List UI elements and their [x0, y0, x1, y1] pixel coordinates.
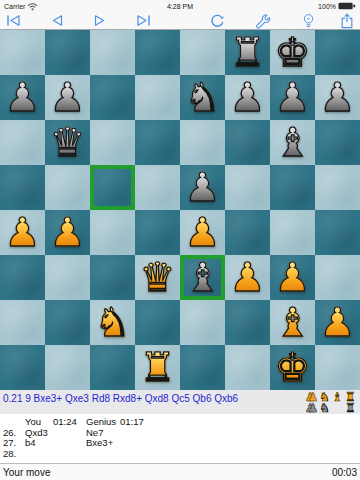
tools-button[interactable]: [251, 12, 275, 29]
white-knight: ♞: [95, 300, 131, 345]
square-f5[interactable]: [225, 165, 270, 210]
square-a2[interactable]: [0, 300, 45, 345]
skip-to-end-button[interactable]: [131, 12, 155, 29]
square-b7[interactable]: ♟: [45, 75, 90, 120]
status-footer: Your move 00:03: [0, 463, 360, 480]
black-move[interactable]: Ne7: [86, 428, 360, 439]
square-h3[interactable]: [315, 255, 360, 300]
square-h4[interactable]: [315, 210, 360, 255]
white-move: [25, 449, 86, 460]
square-a3[interactable]: [0, 255, 45, 300]
white-pawn: ♟: [50, 210, 86, 255]
square-f2[interactable]: [225, 300, 270, 345]
black-pawn: ♟: [320, 75, 356, 120]
captured-black-rook-icon: ♜: [344, 403, 357, 414]
black-move: [86, 449, 360, 460]
black-player-label: Genius: [86, 417, 120, 428]
square-d3[interactable]: ♛: [135, 255, 180, 300]
black-pawn: ♟: [185, 165, 221, 210]
share-icon: [340, 13, 354, 29]
square-b6[interactable]: ♛: [45, 120, 90, 165]
white-king: ♚: [275, 345, 311, 390]
move-row: 27.b4Bxe3+: [0, 438, 360, 449]
captured-black-pawn-pair-icon: ♟♟: [305, 403, 318, 414]
move-row: 28.: [0, 449, 360, 460]
square-h8[interactable]: [315, 30, 360, 75]
black-pawn: ♟: [5, 75, 41, 120]
square-e4[interactable]: ♟: [180, 210, 225, 255]
square-b5[interactable]: [45, 165, 90, 210]
square-g4[interactable]: [270, 210, 315, 255]
square-b1[interactable]: [45, 345, 90, 390]
square-h5[interactable]: [315, 165, 360, 210]
rotate-icon: [210, 13, 225, 28]
move-list: You 01:24 Genius 01:17 26.Qxd3Ne727.b4Bx…: [0, 414, 360, 463]
square-g6[interactable]: ♝: [270, 120, 315, 165]
black-bishop: ♝: [275, 120, 311, 165]
black-pawn: ♟: [275, 75, 311, 120]
square-b2[interactable]: [45, 300, 90, 345]
square-h6[interactable]: [315, 120, 360, 165]
square-h7[interactable]: ♟: [315, 75, 360, 120]
lightbulb-icon: [301, 13, 316, 29]
analysis-bar: 0.21 9 Bxe3+ Qxe3 Rd8 Rxd8+ Qxd8 Qc5 Qb6…: [0, 390, 360, 414]
white-pawn: ♟: [185, 210, 221, 255]
square-f1[interactable]: [225, 345, 270, 390]
move-timer: 00:03: [332, 467, 357, 478]
black-pawn: ♟: [50, 75, 86, 120]
square-d5[interactable]: [135, 165, 180, 210]
move-rows: 26.Qxd3Ne727.b4Bxe3+28.: [0, 428, 360, 460]
square-d7[interactable]: [135, 75, 180, 120]
square-d6[interactable]: [135, 120, 180, 165]
skip-to-start-icon: [6, 14, 21, 27]
status-time: 4:28 PM: [0, 3, 360, 10]
square-a1[interactable]: [0, 345, 45, 390]
skip-to-end-icon: [136, 14, 151, 27]
square-f7[interactable]: ♟: [225, 75, 270, 120]
step-back-button[interactable]: [45, 12, 69, 29]
square-c4[interactable]: [90, 210, 135, 255]
square-g3[interactable]: ♟: [270, 255, 315, 300]
square-c6[interactable]: [90, 120, 135, 165]
white-bishop: ♝: [275, 300, 311, 345]
black-pawn: ♟: [230, 75, 266, 120]
captured-black-empty-slot: [331, 403, 344, 414]
square-d4[interactable]: [135, 210, 180, 255]
white-pawn: ♟: [230, 255, 266, 300]
move-number: 28.: [3, 449, 25, 460]
black-rook: ♜: [230, 30, 266, 75]
engine-analysis-line: 0.21 9 Bxe3+ Qxe3 Rd8 Rxd8+ Qxd8 Qc5 Qb6…: [3, 393, 238, 414]
skip-to-start-button[interactable]: [1, 12, 25, 29]
step-back-icon: [51, 14, 63, 27]
white-queen: ♛: [140, 255, 176, 300]
square-f3[interactable]: ♟: [225, 255, 270, 300]
black-clock: 01:17: [120, 417, 144, 428]
black-king: ♚: [275, 30, 311, 75]
black-move[interactable]: Bxe3+: [86, 438, 360, 449]
square-d2[interactable]: [135, 300, 180, 345]
square-a8[interactable]: [0, 30, 45, 75]
square-b8[interactable]: [45, 30, 90, 75]
white-player-label: You: [25, 417, 53, 428]
square-e8[interactable]: [180, 30, 225, 75]
square-e5[interactable]: ♟: [180, 165, 225, 210]
square-h1[interactable]: [315, 345, 360, 390]
wrench-icon: [255, 13, 271, 29]
chess-app-window: Carrier 4:28 PM 100%: [0, 0, 360, 480]
square-f6[interactable]: [225, 120, 270, 165]
black-bishop: ♝: [185, 255, 221, 300]
square-g8[interactable]: ♚: [270, 30, 315, 75]
square-c7[interactable]: [90, 75, 135, 120]
captured-white-bishop-icon: ♝: [331, 392, 344, 403]
white-rook: ♜: [140, 345, 176, 390]
square-c8[interactable]: [90, 30, 135, 75]
square-d1[interactable]: ♜: [135, 345, 180, 390]
step-forward-icon: [94, 14, 106, 27]
white-pawn: ♟: [275, 255, 311, 300]
share-button[interactable]: [335, 12, 359, 29]
white-pawn: ♟: [320, 300, 356, 345]
square-c3[interactable]: [90, 255, 135, 300]
hint-button[interactable]: [296, 12, 320, 29]
captured-pieces-tray: ♟♟♞♝♜♟♟♞♜: [305, 392, 357, 414]
square-c1[interactable]: [90, 345, 135, 390]
square-b4[interactable]: ♟: [45, 210, 90, 255]
square-e1[interactable]: [180, 345, 225, 390]
square-a4[interactable]: ♟: [0, 210, 45, 255]
movelist-header: You 01:24 Genius 01:17: [0, 417, 360, 428]
square-g1[interactable]: ♚: [270, 345, 315, 390]
square-e7[interactable]: ♞: [180, 75, 225, 120]
square-c5[interactable]: [90, 165, 135, 210]
black-queen: ♛: [50, 120, 86, 165]
move-number: 27.: [3, 438, 25, 449]
status-bar: Carrier 4:28 PM 100%: [0, 0, 360, 12]
square-g7[interactable]: ♟: [270, 75, 315, 120]
square-e3[interactable]: ♝: [180, 255, 225, 300]
white-move[interactable]: b4: [25, 438, 86, 449]
white-pawn: ♟: [5, 210, 41, 255]
captured-black-knight-icon: ♞: [318, 403, 331, 414]
square-a7[interactable]: ♟: [0, 75, 45, 120]
square-f8[interactable]: ♜: [225, 30, 270, 75]
square-b3[interactable]: [45, 255, 90, 300]
square-a5[interactable]: [0, 165, 45, 210]
square-h2[interactable]: ♟: [315, 300, 360, 345]
toolbar: [0, 12, 360, 30]
square-g2[interactable]: ♝: [270, 300, 315, 345]
turn-status-label: Your move: [3, 467, 50, 478]
rotate-board-button[interactable]: [205, 12, 229, 29]
square-e2[interactable]: [180, 300, 225, 345]
square-a6[interactable]: [0, 120, 45, 165]
square-e6[interactable]: [180, 120, 225, 165]
square-f4[interactable]: [225, 210, 270, 255]
square-d8[interactable]: [135, 30, 180, 75]
move-row: 26.Qxd3Ne7: [0, 428, 360, 439]
white-clock: 01:24: [53, 417, 77, 428]
square-g5[interactable]: [270, 165, 315, 210]
chess-board: ♜♚♟♟♞♟♟♟♛♝♟♟♟♟♛♝♟♟♞♝♟♜♚: [0, 30, 360, 390]
black-knight: ♞: [185, 75, 221, 120]
step-forward-button[interactable]: [88, 12, 112, 29]
square-c2[interactable]: ♞: [90, 300, 135, 345]
